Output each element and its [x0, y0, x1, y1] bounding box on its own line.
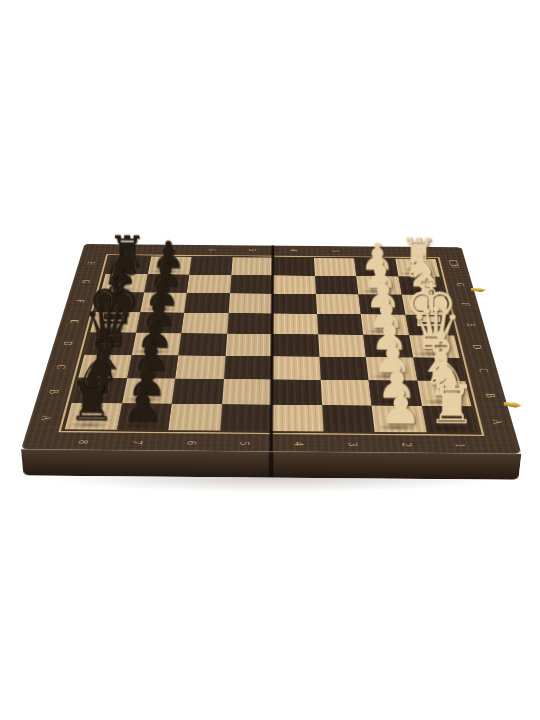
board-square[interactable] — [271, 404, 323, 431]
rank-label: 4 — [287, 242, 301, 259]
board-square[interactable] — [322, 405, 375, 432]
white-pawn[interactable]: ♟ — [379, 386, 421, 430]
board-square[interactable]: ♟ — [144, 274, 189, 293]
board-square[interactable] — [230, 275, 273, 294]
rank-labels-top: 87654321 — [107, 246, 439, 254]
board-square[interactable] — [175, 355, 225, 379]
board-square[interactable] — [172, 379, 224, 404]
rank-label: 8 — [120, 240, 137, 257]
chess-set-photo: 87654321 87654321 HGFEDCBA HGFEDCBA ♜♟♟♜… — [0, 0, 540, 720]
rank-label: 1 — [409, 243, 426, 260]
board-square[interactable] — [314, 276, 358, 295]
white-pawn[interactable]: ♟ — [365, 275, 401, 313]
board-square[interactable] — [273, 275, 316, 294]
scene: 87654321 87654321 HGFEDCBA HGFEDCBA ♜♟♟♜… — [0, 0, 540, 720]
board-square[interactable] — [225, 334, 272, 356]
board-square[interactable] — [272, 294, 316, 314]
brass-clasp-icon — [471, 288, 486, 293]
piece-shadow — [149, 269, 183, 274]
board-square[interactable] — [272, 334, 319, 356]
rank-label: 6 — [203, 241, 218, 258]
board-square[interactable]: ♟ — [354, 258, 398, 276]
file-label: H — [69, 260, 113, 266]
board-square[interactable] — [272, 356, 320, 380]
black-rook[interactable]: ♜ — [67, 377, 115, 428]
black-pawn[interactable]: ♟ — [144, 273, 180, 311]
rank-label: 2 — [368, 242, 384, 259]
board-square[interactable]: ♟ — [147, 257, 191, 275]
board-square[interactable]: ♞ — [398, 276, 444, 295]
board-square[interactable] — [181, 313, 228, 334]
board-square[interactable] — [168, 404, 222, 431]
board-square[interactable] — [273, 258, 315, 276]
piece-shadow — [108, 269, 142, 274]
board-square[interactable]: ♜ — [106, 256, 151, 274]
rank-label: 5 — [245, 241, 259, 258]
file-label: G — [63, 278, 108, 284]
board-square[interactable]: ♜ — [65, 403, 122, 430]
front-fold-seam — [269, 452, 274, 477]
board-square[interactable] — [178, 333, 226, 355]
chess-board: 87654321 87654321 HGFEDCBA HGFEDCBA ♜♟♟♜… — [21, 244, 521, 454]
piece-shadow — [357, 271, 391, 276]
board-square[interactable] — [318, 334, 366, 356]
board-front-edge — [21, 449, 521, 480]
brass-clasp-icon — [504, 401, 522, 408]
board-square[interactable]: ♟ — [116, 403, 171, 430]
file-label: H — [433, 263, 477, 269]
board-square[interactable]: ♜ — [395, 259, 440, 277]
board-square[interactable]: ♟ — [356, 276, 401, 295]
board-square[interactable] — [314, 258, 357, 276]
board-square[interactable] — [223, 356, 272, 380]
board-square[interactable] — [319, 356, 369, 380]
board-square[interactable]: ♞ — [101, 274, 148, 293]
board-square[interactable]: ♟ — [372, 405, 427, 432]
board-square[interactable] — [316, 294, 361, 314]
board-square[interactable] — [220, 404, 272, 431]
board-square[interactable] — [272, 313, 317, 334]
white-rook[interactable]: ♜ — [428, 380, 476, 431]
board-square[interactable] — [227, 313, 273, 334]
board-square[interactable] — [189, 257, 232, 275]
file-label: G — [437, 281, 482, 287]
board-square[interactable]: ♜ — [422, 406, 478, 433]
board-square[interactable] — [320, 380, 371, 405]
board-square[interactable] — [222, 379, 272, 404]
board-grid: ♜♟♟♜♞♟♟♞♝♟♟♝♚♟♟♚♛♟♟♛♝♟♟♝♞♟♟♞♜♟♟♜ — [65, 256, 478, 433]
black-pawn[interactable]: ♟ — [122, 384, 164, 428]
rank-label: 3 — [328, 242, 343, 259]
board-square[interactable] — [317, 314, 364, 335]
board-square[interactable] — [231, 257, 273, 275]
board-square[interactable] — [187, 274, 231, 293]
rank-label: 7 — [162, 241, 178, 258]
board-square[interactable] — [184, 293, 230, 313]
piece-shadow — [146, 287, 181, 292]
board-square[interactable] — [272, 379, 322, 404]
piece-shadow — [399, 271, 433, 276]
white-pawn[interactable]: ♟ — [362, 257, 397, 294]
piece-shadow — [360, 289, 395, 294]
black-pawn[interactable]: ♟ — [148, 255, 183, 292]
board-square[interactable] — [228, 293, 272, 313]
